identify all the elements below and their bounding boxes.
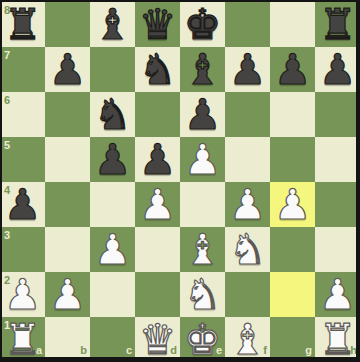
rank-label-5: 5: [4, 140, 10, 151]
piece-white-pawn[interactable]: ♟: [225, 182, 270, 227]
chess-board: 8♜♝♛♚♜7♟♞♝♟♟♟6♞♟5♟♟♟4♟♟♟♟3♟♝♞2♟♟♞♟1a♜bcd…: [0, 2, 360, 362]
square-a2[interactable]: 2♟: [0, 272, 45, 317]
piece-white-pawn[interactable]: ♟: [270, 182, 315, 227]
square-h4[interactable]: [315, 182, 360, 227]
rank-label-3: 3: [4, 230, 10, 241]
piece-white-pawn[interactable]: ♟: [180, 137, 225, 182]
piece-black-knight[interactable]: ♞: [135, 47, 180, 92]
piece-white-bishop[interactable]: ♝: [225, 317, 270, 362]
piece-white-knight[interactable]: ♞: [180, 272, 225, 317]
piece-white-bishop[interactable]: ♝: [180, 227, 225, 272]
square-b1[interactable]: b: [45, 317, 90, 362]
square-f1[interactable]: f♝: [225, 317, 270, 362]
piece-black-bishop[interactable]: ♝: [180, 47, 225, 92]
file-label-g: g: [305, 345, 312, 356]
square-h1[interactable]: h♜: [315, 317, 360, 362]
file-label-c: c: [126, 345, 132, 356]
square-c5[interactable]: ♟: [90, 137, 135, 182]
piece-black-king[interactable]: ♚: [180, 2, 225, 47]
square-d4[interactable]: ♟: [135, 182, 180, 227]
piece-black-pawn[interactable]: ♟: [270, 47, 315, 92]
square-d3[interactable]: [135, 227, 180, 272]
square-b6[interactable]: [45, 92, 90, 137]
square-a8[interactable]: 8♜: [0, 2, 45, 47]
square-f6[interactable]: [225, 92, 270, 137]
square-d1[interactable]: d♛: [135, 317, 180, 362]
piece-black-rook[interactable]: ♜: [0, 2, 45, 47]
square-a7[interactable]: 7: [0, 47, 45, 92]
piece-black-pawn[interactable]: ♟: [225, 47, 270, 92]
piece-black-queen[interactable]: ♛: [135, 2, 180, 47]
piece-white-pawn[interactable]: ♟: [135, 182, 180, 227]
square-c8[interactable]: ♝: [90, 2, 135, 47]
square-e6[interactable]: ♟: [180, 92, 225, 137]
square-g3[interactable]: [270, 227, 315, 272]
square-g6[interactable]: [270, 92, 315, 137]
piece-black-bishop[interactable]: ♝: [90, 2, 135, 47]
square-f4[interactable]: ♟: [225, 182, 270, 227]
piece-white-king[interactable]: ♚: [180, 317, 225, 362]
piece-white-knight[interactable]: ♞: [225, 227, 270, 272]
square-c7[interactable]: [90, 47, 135, 92]
square-h7[interactable]: ♟: [315, 47, 360, 92]
piece-black-pawn[interactable]: ♟: [90, 137, 135, 182]
piece-white-pawn[interactable]: ♟: [315, 272, 360, 317]
square-b2[interactable]: ♟: [45, 272, 90, 317]
square-h5[interactable]: [315, 137, 360, 182]
square-f5[interactable]: [225, 137, 270, 182]
square-g5[interactable]: [270, 137, 315, 182]
square-b8[interactable]: [45, 2, 90, 47]
square-b4[interactable]: [45, 182, 90, 227]
square-c2[interactable]: [90, 272, 135, 317]
rank-label-7: 7: [4, 50, 10, 61]
square-f2[interactable]: [225, 272, 270, 317]
square-d2[interactable]: [135, 272, 180, 317]
square-c3[interactable]: ♟: [90, 227, 135, 272]
square-c1[interactable]: c: [90, 317, 135, 362]
square-f7[interactable]: ♟: [225, 47, 270, 92]
square-b3[interactable]: [45, 227, 90, 272]
square-d8[interactable]: ♛: [135, 2, 180, 47]
square-g2[interactable]: [270, 272, 315, 317]
square-b5[interactable]: [45, 137, 90, 182]
piece-black-knight[interactable]: ♞: [90, 92, 135, 137]
square-d7[interactable]: ♞: [135, 47, 180, 92]
square-h6[interactable]: [315, 92, 360, 137]
board-edge-top: [0, 0, 360, 2]
board-edge-left: [0, 0, 2, 362]
piece-white-pawn[interactable]: ♟: [0, 272, 45, 317]
square-f8[interactable]: [225, 2, 270, 47]
piece-white-rook[interactable]: ♜: [0, 317, 45, 362]
square-h3[interactable]: [315, 227, 360, 272]
square-a6[interactable]: 6: [0, 92, 45, 137]
square-a1[interactable]: 1a♜: [0, 317, 45, 362]
square-c6[interactable]: ♞: [90, 92, 135, 137]
square-b7[interactable]: ♟: [45, 47, 90, 92]
square-g4[interactable]: ♟: [270, 182, 315, 227]
square-e4[interactable]: [180, 182, 225, 227]
square-d5[interactable]: ♟: [135, 137, 180, 182]
square-g8[interactable]: [270, 2, 315, 47]
piece-white-queen[interactable]: ♛: [135, 317, 180, 362]
square-c4[interactable]: [90, 182, 135, 227]
piece-black-pawn[interactable]: ♟: [180, 92, 225, 137]
piece-black-rook[interactable]: ♜: [315, 2, 360, 47]
board-edge-bottom: [0, 357, 360, 362]
square-e2[interactable]: ♞: [180, 272, 225, 317]
square-a4[interactable]: 4♟: [0, 182, 45, 227]
square-h8[interactable]: ♜: [315, 2, 360, 47]
board-frame: 8♜♝♛♚♜7♟♞♝♟♟♟6♞♟5♟♟♟4♟♟♟♟3♟♝♞2♟♟♞♟1a♜bcd…: [0, 0, 360, 362]
square-a5[interactable]: 5: [0, 137, 45, 182]
square-e5[interactable]: ♟: [180, 137, 225, 182]
piece-black-pawn[interactable]: ♟: [135, 137, 180, 182]
square-f3[interactable]: ♞: [225, 227, 270, 272]
square-e3[interactable]: ♝: [180, 227, 225, 272]
square-a3[interactable]: 3: [0, 227, 45, 272]
square-d6[interactable]: [135, 92, 180, 137]
square-g7[interactable]: ♟: [270, 47, 315, 92]
piece-black-pawn[interactable]: ♟: [0, 182, 45, 227]
piece-white-pawn[interactable]: ♟: [45, 272, 90, 317]
rank-label-6: 6: [4, 95, 10, 106]
square-e8[interactable]: ♚: [180, 2, 225, 47]
square-e7[interactable]: ♝: [180, 47, 225, 92]
square-h2[interactable]: ♟: [315, 272, 360, 317]
square-g1[interactable]: g: [270, 317, 315, 362]
piece-white-pawn[interactable]: ♟: [90, 227, 135, 272]
file-label-b: b: [80, 345, 87, 356]
piece-black-pawn[interactable]: ♟: [45, 47, 90, 92]
piece-black-pawn[interactable]: ♟: [315, 47, 360, 92]
board-edge-right: [356, 0, 360, 362]
square-e1[interactable]: e♚: [180, 317, 225, 362]
piece-white-rook[interactable]: ♜: [315, 317, 360, 362]
